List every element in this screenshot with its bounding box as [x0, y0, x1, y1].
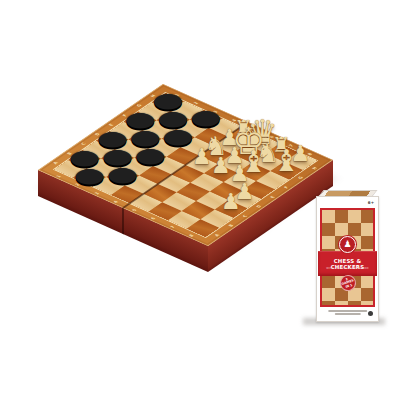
coordinate-label: 1: [174, 93, 180, 96]
footer-text-line: [334, 313, 360, 315]
coordinate-label: 3: [94, 192, 100, 195]
coordinate-label: A: [214, 233, 221, 237]
coordinate-label: H: [311, 166, 318, 170]
coordinate-label: H: [149, 94, 156, 98]
coordinate-label: G: [297, 176, 304, 180]
coordinate-label: D: [255, 204, 262, 208]
coordinate-label: A: [52, 161, 59, 165]
box-footer-strip: [320, 308, 375, 318]
coordinate-label: D: [94, 132, 101, 136]
coordinate-label: E: [108, 123, 114, 126]
coordinate-label: 5: [250, 127, 256, 130]
coordinate-label: G: [135, 104, 142, 108]
coordinate-label: 4: [112, 200, 118, 203]
coordinate-label: 3: [212, 110, 218, 113]
coordinate-label: 8: [188, 234, 194, 237]
board-fold-gap: [122, 208, 124, 235]
coordinate-label: 7: [169, 225, 175, 228]
chessboard: 11AA22BB33CC44DD55EE66FF77GG88HH: [38, 84, 333, 246]
coordinate-label: 2: [75, 183, 81, 186]
pawn-icon: ♟: [343, 240, 351, 249]
coordinate-label: 2: [193, 102, 199, 105]
coordinate-label: C: [241, 214, 248, 217]
coordinate-label: 6: [269, 135, 275, 138]
coordinate-label: F: [122, 113, 128, 116]
coordinate-label: E: [269, 195, 275, 198]
age-rating-label: 6+: [368, 200, 374, 205]
box-subtitle: WITH FOLDING GAME BOARD: [317, 267, 378, 270]
brand-logo-icon: [368, 311, 373, 316]
coordinate-label: 5: [131, 208, 137, 211]
coordinate-label: 1: [56, 175, 62, 178]
footer-text-line: [328, 310, 368, 312]
product-photo-scene: 11AA22BB33CC44DD55EE66FF77GG88HH ●●●●♜●●…: [0, 0, 400, 400]
coordinate-label: B: [227, 224, 234, 228]
coordinate-label: 4: [231, 119, 237, 122]
coordinate-label: 7: [288, 144, 294, 147]
coordinate-label: B: [66, 152, 73, 156]
coordinate-label: C: [80, 142, 87, 145]
coordinate-label: 8: [307, 152, 313, 155]
pawn-emblem-circle: ♟: [339, 236, 356, 253]
coordinate-label: 6: [150, 217, 156, 220]
coordinate-label: F: [283, 186, 289, 189]
product-box: 6+ ♟ CHESS & CHECKERS WITH FOLDING GAME …: [316, 196, 379, 322]
